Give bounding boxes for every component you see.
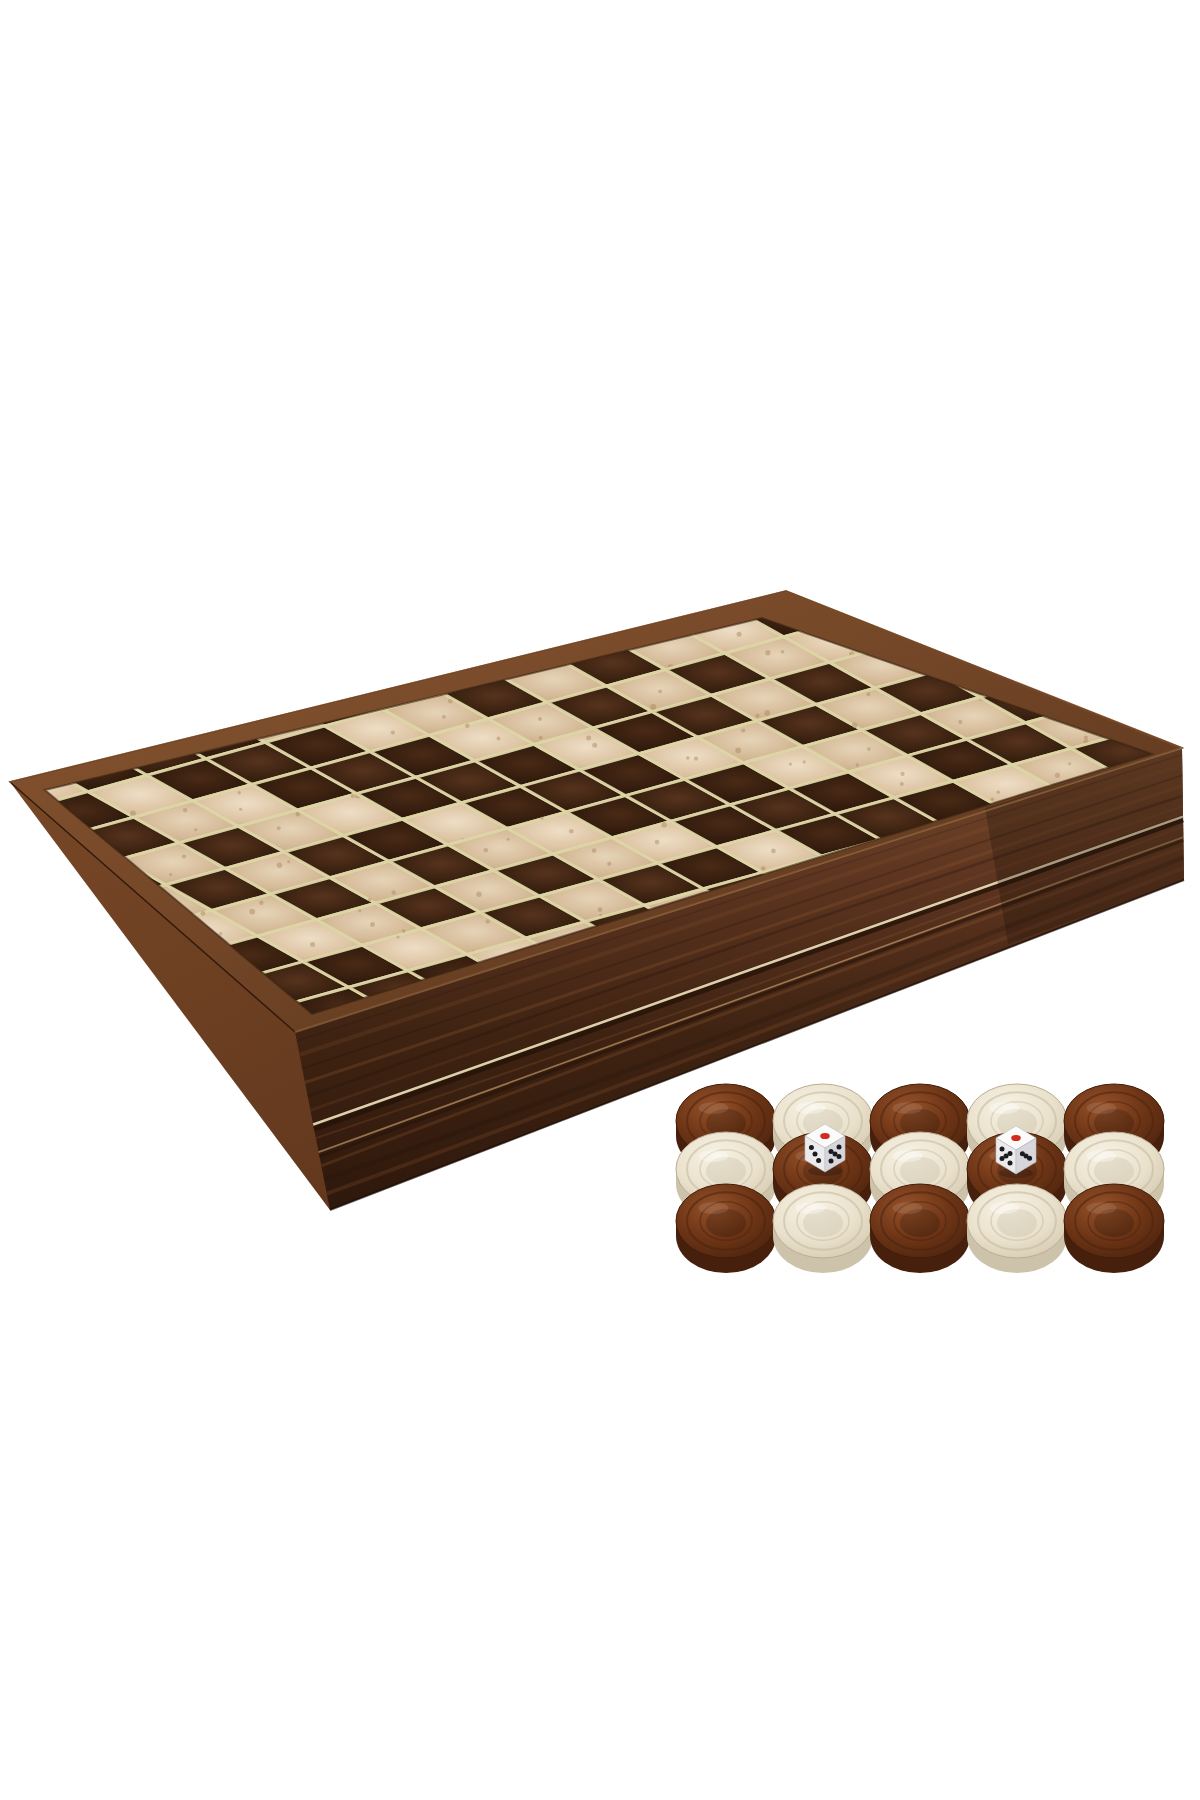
checker-brown [1064,1184,1164,1273]
product-photo-stage [0,0,1200,1800]
checkers-tray [676,1084,1164,1273]
backgammon-product-photo [0,0,1200,1800]
backgammon-set-svg [0,0,1200,1800]
checker-brown [870,1184,970,1273]
checker-cream [967,1184,1067,1273]
checker-cream [773,1184,873,1273]
checker-brown [676,1184,776,1273]
